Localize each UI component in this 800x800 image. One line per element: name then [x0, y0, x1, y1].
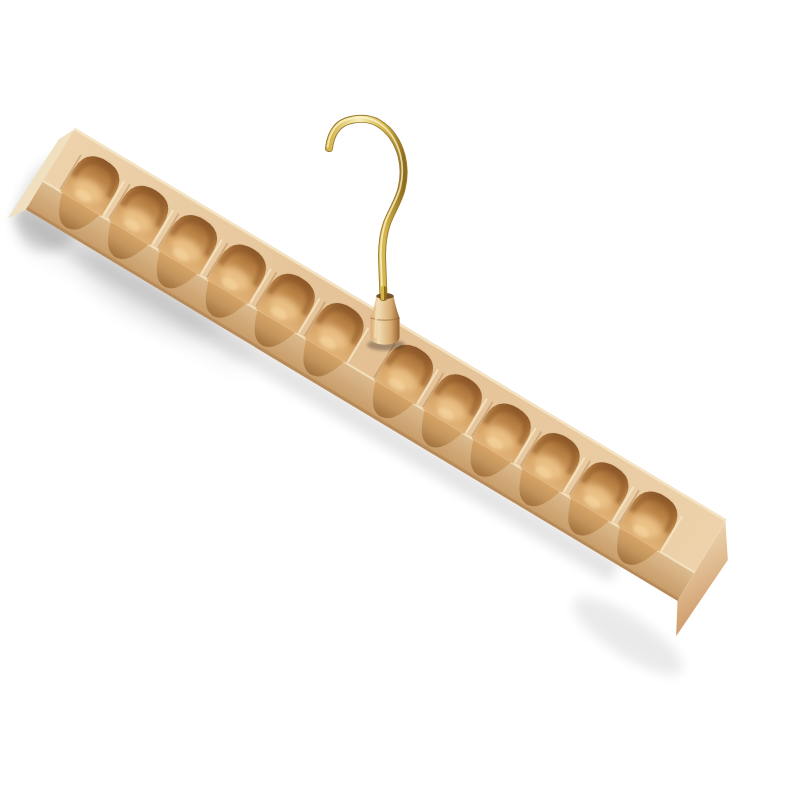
- tie-rack-product-image: [0, 0, 800, 800]
- ground-shadow-right-end: [563, 584, 692, 687]
- tie-rack-bar: [1, 122, 746, 638]
- bar-bottom-edge-shadow: [26, 207, 679, 601]
- ground-shadow-under-bar: [4, 203, 620, 591]
- product-photo-canvas: [0, 0, 800, 800]
